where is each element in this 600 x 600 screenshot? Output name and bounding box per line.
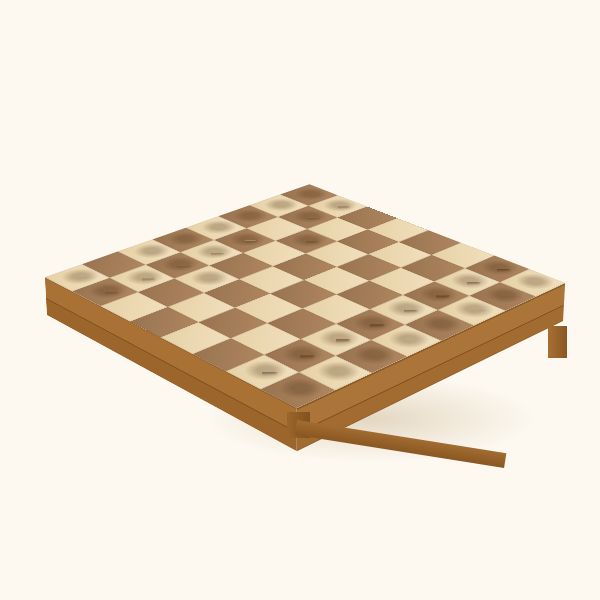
square-f3[interactable]: ♞ xyxy=(174,266,239,293)
box-right-foot xyxy=(548,326,567,358)
chess-board: ♜♞♝♛♚♝♞♜♟♟♟♟♟♟♟♟♟♞♟♟♟♟♟♟♟♜♞♝♛♚♝♜ xyxy=(45,184,565,408)
knight-icon: ♞ xyxy=(167,227,247,285)
pawn-icon: ♟ xyxy=(64,257,145,298)
scene: ♜♞♝♛♚♝♞♜♟♟♟♟♟♟♟♟♟♞♟♟♟♟♟♟♟♜♞♝♛♚♝♜ xyxy=(0,0,600,600)
product-photo: ♜♞♝♛♚♝♞♜♟♟♟♟♟♟♟♟♟♞♟♟♟♟♟♟♟♜♞♝♛♚♝♜ xyxy=(0,0,600,600)
rook-icon: ♜ xyxy=(252,335,344,397)
